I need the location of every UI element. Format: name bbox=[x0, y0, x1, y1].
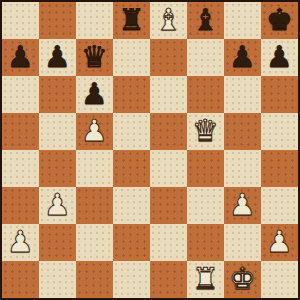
square-f3[interactable] bbox=[187, 187, 224, 224]
square-h3[interactable] bbox=[261, 187, 298, 224]
square-c3[interactable] bbox=[76, 187, 113, 224]
square-d6[interactable] bbox=[113, 76, 150, 113]
black-pawn[interactable]: ♟ bbox=[7, 42, 34, 72]
square-e1[interactable] bbox=[150, 261, 187, 298]
square-g6[interactable] bbox=[224, 76, 261, 113]
square-c1[interactable] bbox=[76, 261, 113, 298]
black-pawn[interactable]: ♟ bbox=[81, 79, 108, 109]
square-d2[interactable] bbox=[113, 224, 150, 261]
square-h4[interactable] bbox=[261, 150, 298, 187]
square-d8[interactable]: ♜ bbox=[113, 2, 150, 39]
square-c4[interactable] bbox=[76, 150, 113, 187]
square-a2[interactable]: ♟ bbox=[2, 224, 39, 261]
square-h8[interactable]: ♚ bbox=[261, 2, 298, 39]
white-bishop[interactable]: ♝ bbox=[155, 5, 182, 35]
square-f2[interactable] bbox=[187, 224, 224, 261]
square-e3[interactable] bbox=[150, 187, 187, 224]
square-f8[interactable]: ♝ bbox=[187, 2, 224, 39]
square-e2[interactable] bbox=[150, 224, 187, 261]
white-queen[interactable]: ♛ bbox=[192, 116, 219, 146]
square-h1[interactable] bbox=[261, 261, 298, 298]
square-f7[interactable] bbox=[187, 39, 224, 76]
square-g3[interactable]: ♟ bbox=[224, 187, 261, 224]
chess-board: ♜♝♝♚♟♟♛♟♟♟♟♛♟♟♟♟♜♚ bbox=[0, 0, 300, 300]
square-c8[interactable] bbox=[76, 2, 113, 39]
square-b1[interactable] bbox=[39, 261, 76, 298]
square-e5[interactable] bbox=[150, 113, 187, 150]
square-g4[interactable] bbox=[224, 150, 261, 187]
white-pawn[interactable]: ♟ bbox=[81, 116, 108, 146]
white-rook[interactable]: ♜ bbox=[192, 264, 219, 294]
square-d4[interactable] bbox=[113, 150, 150, 187]
square-a7[interactable]: ♟ bbox=[2, 39, 39, 76]
square-a3[interactable] bbox=[2, 187, 39, 224]
square-g8[interactable] bbox=[224, 2, 261, 39]
square-b8[interactable] bbox=[39, 2, 76, 39]
square-a8[interactable] bbox=[2, 2, 39, 39]
black-pawn[interactable]: ♟ bbox=[266, 42, 293, 72]
square-b2[interactable] bbox=[39, 224, 76, 261]
square-b3[interactable]: ♟ bbox=[39, 187, 76, 224]
square-e6[interactable] bbox=[150, 76, 187, 113]
square-a4[interactable] bbox=[2, 150, 39, 187]
square-e8[interactable]: ♝ bbox=[150, 2, 187, 39]
square-d7[interactable] bbox=[113, 39, 150, 76]
square-g2[interactable] bbox=[224, 224, 261, 261]
white-king[interactable]: ♚ bbox=[229, 264, 256, 294]
square-g7[interactable]: ♟ bbox=[224, 39, 261, 76]
square-g5[interactable] bbox=[224, 113, 261, 150]
white-pawn[interactable]: ♟ bbox=[266, 227, 293, 257]
black-queen[interactable]: ♛ bbox=[81, 42, 108, 72]
square-b7[interactable]: ♟ bbox=[39, 39, 76, 76]
square-d1[interactable] bbox=[113, 261, 150, 298]
square-f6[interactable] bbox=[187, 76, 224, 113]
white-pawn[interactable]: ♟ bbox=[229, 190, 256, 220]
square-d5[interactable] bbox=[113, 113, 150, 150]
black-bishop[interactable]: ♝ bbox=[192, 5, 219, 35]
square-a5[interactable] bbox=[2, 113, 39, 150]
square-h2[interactable]: ♟ bbox=[261, 224, 298, 261]
square-b5[interactable] bbox=[39, 113, 76, 150]
square-e4[interactable] bbox=[150, 150, 187, 187]
square-h7[interactable]: ♟ bbox=[261, 39, 298, 76]
black-pawn[interactable]: ♟ bbox=[229, 42, 256, 72]
square-c6[interactable]: ♟ bbox=[76, 76, 113, 113]
board-grid[interactable]: ♜♝♝♚♟♟♛♟♟♟♟♛♟♟♟♟♜♚ bbox=[2, 2, 298, 298]
black-king[interactable]: ♚ bbox=[266, 5, 293, 35]
white-pawn[interactable]: ♟ bbox=[44, 190, 71, 220]
square-c5[interactable]: ♟ bbox=[76, 113, 113, 150]
square-h5[interactable] bbox=[261, 113, 298, 150]
square-c2[interactable] bbox=[76, 224, 113, 261]
white-pawn[interactable]: ♟ bbox=[7, 227, 34, 257]
black-pawn[interactable]: ♟ bbox=[44, 42, 71, 72]
square-a6[interactable] bbox=[2, 76, 39, 113]
square-h6[interactable] bbox=[261, 76, 298, 113]
square-f5[interactable]: ♛ bbox=[187, 113, 224, 150]
square-b4[interactable] bbox=[39, 150, 76, 187]
square-g1[interactable]: ♚ bbox=[224, 261, 261, 298]
square-f1[interactable]: ♜ bbox=[187, 261, 224, 298]
square-c7[interactable]: ♛ bbox=[76, 39, 113, 76]
square-d3[interactable] bbox=[113, 187, 150, 224]
square-b6[interactable] bbox=[39, 76, 76, 113]
square-e7[interactable] bbox=[150, 39, 187, 76]
square-f4[interactable] bbox=[187, 150, 224, 187]
square-a1[interactable] bbox=[2, 261, 39, 298]
black-rook[interactable]: ♜ bbox=[118, 5, 145, 35]
